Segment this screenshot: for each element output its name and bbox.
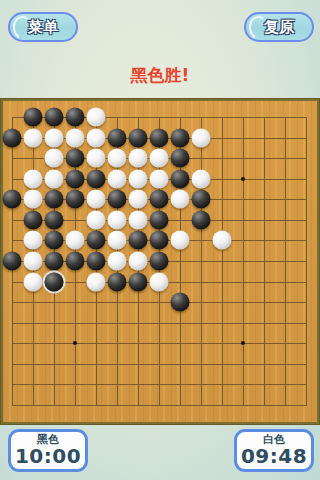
grid-line-v bbox=[285, 117, 286, 406]
stone-white bbox=[24, 252, 43, 271]
stone-black bbox=[192, 190, 211, 209]
star-point bbox=[241, 177, 245, 181]
stone-black bbox=[3, 252, 22, 271]
stone-white bbox=[66, 128, 85, 147]
black-clock: 黑色 10:00 bbox=[8, 429, 88, 472]
stone-black bbox=[66, 252, 85, 271]
stone-black bbox=[150, 128, 169, 147]
grid-line-h bbox=[12, 343, 307, 344]
stone-black bbox=[24, 210, 43, 229]
stone-white bbox=[108, 149, 127, 168]
board-grid bbox=[12, 117, 306, 405]
stone-black bbox=[45, 252, 64, 271]
stone-white bbox=[108, 231, 127, 250]
stone-white bbox=[66, 231, 85, 250]
stone-black bbox=[171, 149, 190, 168]
stone-white bbox=[45, 128, 64, 147]
stone-white bbox=[87, 210, 106, 229]
stone-black bbox=[150, 210, 169, 229]
stone-black bbox=[171, 293, 190, 312]
stone-black bbox=[171, 169, 190, 188]
stone-black bbox=[150, 231, 169, 250]
stone-white bbox=[24, 272, 43, 291]
grid-line-h bbox=[12, 323, 307, 324]
status-message: 黑色胜! bbox=[0, 64, 320, 88]
grid-line-h bbox=[12, 405, 307, 406]
stone-black bbox=[129, 272, 148, 291]
stone-black bbox=[45, 108, 64, 127]
stone-white bbox=[24, 231, 43, 250]
stone-black bbox=[108, 190, 127, 209]
grid-line-h bbox=[12, 302, 307, 303]
stone-white bbox=[129, 190, 148, 209]
grid-line-v bbox=[306, 117, 307, 406]
stone-black-last-move bbox=[45, 272, 64, 291]
stone-black bbox=[129, 128, 148, 147]
stone-black bbox=[24, 108, 43, 127]
stone-black bbox=[150, 190, 169, 209]
star-point bbox=[241, 341, 245, 345]
stone-black bbox=[129, 231, 148, 250]
stone-white bbox=[213, 231, 232, 250]
stone-black bbox=[108, 128, 127, 147]
gomoku-app: 菜单 复原 黑色胜! 黑色 10:00 白色 09:48 bbox=[0, 0, 320, 480]
stone-black bbox=[3, 128, 22, 147]
menu-button[interactable]: 菜单 bbox=[8, 12, 78, 42]
stone-white bbox=[24, 190, 43, 209]
stone-white bbox=[45, 149, 64, 168]
grid-line-h bbox=[12, 364, 307, 365]
grid-line-h bbox=[12, 384, 307, 385]
star-point bbox=[73, 341, 77, 345]
stone-white bbox=[129, 149, 148, 168]
board-wood bbox=[3, 101, 317, 422]
stone-black bbox=[45, 231, 64, 250]
grid-line-v bbox=[201, 117, 202, 406]
stone-black bbox=[66, 169, 85, 188]
stone-white bbox=[87, 108, 106, 127]
stone-white bbox=[150, 169, 169, 188]
stone-white bbox=[87, 272, 106, 291]
stone-black bbox=[66, 190, 85, 209]
stone-black bbox=[87, 169, 106, 188]
stone-white bbox=[24, 169, 43, 188]
stone-white bbox=[129, 169, 148, 188]
stone-white bbox=[150, 272, 169, 291]
grid-line-v bbox=[243, 117, 244, 406]
black-clock-time: 10:00 bbox=[15, 446, 81, 467]
stone-black bbox=[108, 272, 127, 291]
stone-white bbox=[171, 231, 190, 250]
stone-white bbox=[45, 169, 64, 188]
gomoku-board[interactable] bbox=[0, 98, 320, 425]
stone-white bbox=[87, 149, 106, 168]
stone-black bbox=[45, 190, 64, 209]
white-clock-time: 09:48 bbox=[241, 446, 307, 467]
stone-black bbox=[45, 210, 64, 229]
stone-white bbox=[150, 149, 169, 168]
grid-line-v bbox=[264, 117, 265, 406]
stone-white bbox=[87, 128, 106, 147]
stone-black bbox=[66, 108, 85, 127]
stone-white bbox=[24, 128, 43, 147]
stone-black bbox=[150, 252, 169, 271]
stone-white bbox=[87, 190, 106, 209]
stone-white bbox=[108, 169, 127, 188]
stone-white bbox=[192, 128, 211, 147]
stone-white bbox=[108, 252, 127, 271]
stone-black bbox=[192, 210, 211, 229]
stone-white bbox=[129, 210, 148, 229]
stone-black bbox=[87, 252, 106, 271]
grid-line-v bbox=[222, 117, 223, 406]
stone-white bbox=[192, 169, 211, 188]
stone-black bbox=[3, 190, 22, 209]
stone-black bbox=[87, 231, 106, 250]
white-clock: 白色 09:48 bbox=[234, 429, 314, 472]
stone-white bbox=[108, 210, 127, 229]
stone-white bbox=[129, 252, 148, 271]
stone-white bbox=[171, 190, 190, 209]
undo-button[interactable]: 复原 bbox=[244, 12, 314, 42]
stone-black bbox=[66, 149, 85, 168]
stone-black bbox=[171, 128, 190, 147]
